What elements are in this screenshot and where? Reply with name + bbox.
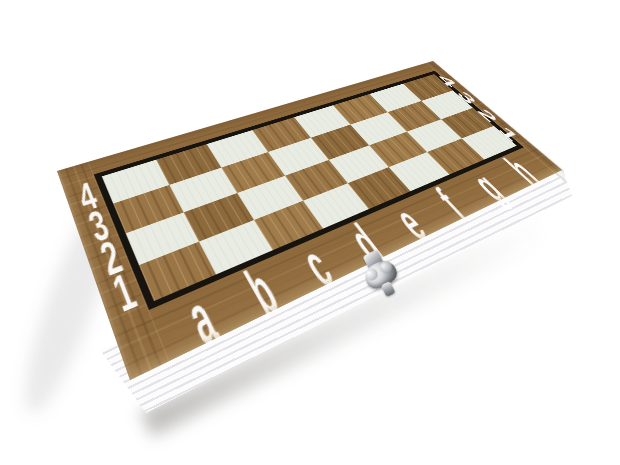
product-photo-chess-box: 44332211abcdefgh [0, 0, 620, 465]
clasp-knob-icon [381, 281, 396, 297]
